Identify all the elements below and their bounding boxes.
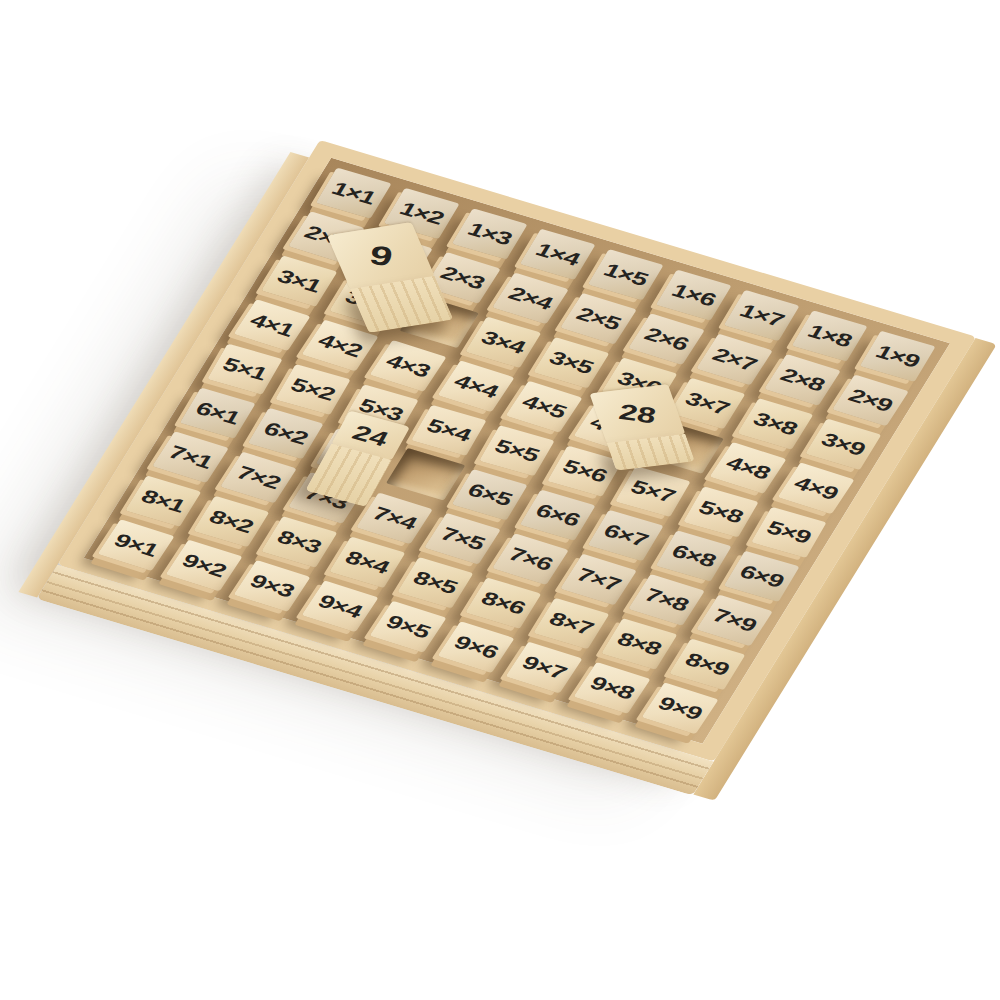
cube-label: 2×4 (504, 283, 556, 314)
factor-cube[interactable]: 2×6 (628, 313, 705, 365)
factor-cube[interactable]: 3×9 (805, 419, 881, 471)
cube-label: 8×7 (545, 608, 597, 639)
cube-label: 5×4 (423, 415, 475, 446)
cube-label: 2×3 (436, 262, 488, 293)
factor-cube[interactable]: 2×4 (492, 272, 569, 324)
grid-cell: 3×4 (465, 317, 541, 369)
factor-cube[interactable]: 6×1 (180, 387, 256, 438)
cube-label: 1×4 (532, 239, 584, 270)
grid-cell: 9×4 (302, 581, 378, 633)
grid-cell: 6×6 (520, 489, 596, 541)
answer-label: 24 (348, 420, 393, 451)
cube-label: 2×6 (640, 324, 692, 355)
cube-label: 6×8 (668, 541, 720, 572)
cube-label: 9×1 (110, 529, 163, 560)
grid-cell: 7×2 (220, 452, 296, 504)
grid-cell: 7×9 (696, 595, 772, 647)
factor-cube[interactable]: 7×8 (628, 574, 705, 626)
grid-cell: 3×5 (533, 337, 609, 389)
grid-cell: 6×8 (656, 530, 732, 582)
factor-cube[interactable]: 8×9 (669, 639, 745, 691)
cube-label: 8×8 (613, 628, 665, 659)
factor-cube[interactable]: 7×7 (560, 554, 637, 606)
cube-label: 3×4 (477, 327, 529, 358)
factor-cube[interactable]: 2×8 (764, 354, 841, 406)
factor-cube[interactable]: 9×3 (234, 560, 311, 612)
cube-label: 7×1 (164, 442, 216, 473)
grid-cell: 8×1 (125, 475, 201, 527)
cube-label: 9×7 (518, 652, 571, 683)
factor-cube[interactable]: 3×1 (261, 255, 337, 307)
cube-label: 4×5 (518, 391, 571, 422)
factor-cube[interactable]: 2×5 (560, 293, 637, 345)
factor-cube[interactable]: 5×7 (615, 466, 690, 517)
grid-cell: 8×5 (397, 557, 473, 609)
grid-cell: 4×5 (506, 381, 582, 433)
factor-cube[interactable]: 8×5 (397, 557, 473, 609)
grid-cell: 7×7 (560, 554, 636, 606)
grid-cell: 9×1 (98, 519, 174, 571)
product-photo-scene: 1×11×21×31×41×51×61×71×81×92×12×22×32×42… (0, 0, 1000, 1000)
grid-cell: 1×4 (520, 229, 596, 281)
factor-cube[interactable]: 3×5 (533, 337, 609, 389)
factor-cube[interactable]: 1×4 (520, 229, 596, 280)
factor-cube[interactable]: 8×8 (601, 618, 677, 670)
grid-cell: 1×7 (724, 290, 800, 342)
factor-cube[interactable]: 4×5 (506, 381, 583, 433)
factor-cube[interactable]: 4×1 (234, 299, 311, 351)
factor-cube[interactable]: 5×4 (411, 405, 486, 456)
factor-cube[interactable]: 1×7 (724, 290, 800, 341)
factor-cube[interactable]: 3×4 (465, 317, 541, 369)
cube-label: 6×7 (600, 520, 652, 551)
cube-label: 4×8 (722, 452, 775, 483)
grid-cell: 8×6 (465, 577, 541, 629)
cube-label: 7×5 (436, 523, 488, 554)
grid-cell: 9×8 (574, 662, 650, 714)
factor-cube[interactable]: 7×9 (696, 594, 773, 646)
cube-label: 3×5 (545, 347, 597, 378)
grid-cell: 4×4 (438, 361, 514, 413)
grid-cell: 1×9 (860, 331, 936, 383)
cube-label: 5×2 (287, 374, 339, 405)
cube-label: 7×8 (640, 584, 692, 615)
factor-cube[interactable]: 6×7 (588, 510, 664, 561)
cube-label: 5×7 (627, 476, 679, 507)
cube-label: 4×4 (450, 371, 503, 402)
factor-cube[interactable]: 8×1 (125, 475, 201, 527)
factor-cube[interactable]: 6×5 (452, 469, 528, 520)
cube-label: 9×2 (178, 550, 231, 581)
answer-label: 9 (367, 240, 395, 273)
cube-label: 8×9 (681, 649, 733, 680)
grid-cell: 7×5 (424, 513, 500, 565)
factor-cube[interactable]: 4×3 (370, 340, 447, 392)
grid-cell: 2×8 (764, 354, 840, 406)
grid-cell: 3×9 (805, 419, 881, 471)
grid-cell: 5×8 (683, 486, 759, 538)
cube-label: 1×1 (328, 178, 380, 209)
factor-cube[interactable]: 1×5 (588, 249, 664, 300)
factor-cube[interactable]: 2×9 (832, 374, 909, 426)
grid-cell: 9×3 (234, 560, 310, 612)
factor-cube[interactable]: 8×4 (329, 537, 405, 589)
cube-label: 2×8 (776, 364, 828, 395)
factor-cube[interactable]: 9×1 (98, 519, 175, 571)
empty-slot[interactable] (384, 449, 460, 501)
grid-cell: 1×8 (792, 310, 868, 362)
factor-cube[interactable]: 6×8 (656, 530, 732, 581)
cube-label: 3×9 (817, 429, 869, 460)
grid-cell: 2×9 (832, 375, 908, 427)
cube-label: 6×1 (192, 398, 244, 429)
factor-cube[interactable]: 1×6 (656, 269, 732, 320)
grid-cell: 1×3 (452, 208, 528, 260)
cube-label: 5×1 (219, 354, 271, 385)
factor-cube[interactable]: 8×7 (533, 598, 609, 650)
cube-label: 5×9 (763, 517, 815, 548)
factor-cube[interactable]: 7×6 (492, 533, 569, 585)
cube-label: 9×4 (314, 591, 367, 622)
cube-label: 1×9 (872, 341, 924, 372)
grid-cell: 2×4 (492, 273, 568, 325)
factor-cube[interactable]: 2×7 (696, 334, 773, 386)
cube-label: 3×8 (749, 408, 801, 439)
cube-label: 8×3 (273, 526, 325, 557)
factor-cube[interactable]: 7×5 (424, 513, 501, 565)
grid-cell: 2×6 (628, 313, 704, 365)
cube-label: 4×1 (246, 309, 299, 340)
factor-cube[interactable]: 5×5 (479, 425, 554, 476)
cube-label: 8×2 (205, 506, 257, 537)
factor-cube[interactable]: 3×8 (737, 398, 813, 450)
grid-cell: 1×1 (316, 167, 392, 219)
grid-cell: 9×5 (370, 601, 446, 653)
grid-cell: 7×8 (628, 574, 704, 626)
cube-label: 1×7 (736, 300, 788, 331)
factor-cube[interactable]: 8×6 (465, 577, 541, 629)
cube-label: 3×7 (681, 388, 733, 419)
cube-label: 4×9 (790, 473, 843, 504)
cube-label: 6×9 (736, 561, 788, 592)
cube-label: 1×5 (600, 259, 652, 290)
grid-cell: 5×2 (275, 364, 351, 416)
wooden-tray: 1×11×21×31×41×51×61×71×81×92×12×22×32×42… (58, 140, 977, 761)
grid-cell: 7×6 (492, 533, 568, 585)
grid-cell: 4×9 (778, 463, 854, 515)
grid-cell: 1×6 (656, 269, 732, 321)
factor-cube[interactable]: 7×1 (152, 431, 229, 483)
factor-cube[interactable]: 9×9 (642, 682, 719, 734)
grid-cell: 9×2 (166, 540, 242, 592)
grid-cell: 4×1 (234, 299, 310, 351)
factor-cube[interactable]: 1×9 (860, 331, 936, 382)
cube-label: 9×8 (586, 672, 639, 703)
factor-cube[interactable]: 6×9 (724, 551, 800, 602)
grid-cell: 8×3 (261, 516, 337, 568)
factor-cube[interactable]: 1×3 (452, 208, 528, 259)
factor-cube[interactable]: 5×1 (207, 344, 282, 395)
cube-label: 9×3 (246, 570, 299, 601)
cube-label: 7×7 (572, 564, 624, 595)
grid-cell: 8×7 (533, 598, 609, 650)
factor-cube[interactable]: 1×8 (792, 310, 868, 361)
cube-label: 4×2 (314, 330, 367, 361)
cube-label: 2×7 (708, 344, 760, 375)
grid-cell: 8×2 (193, 496, 269, 548)
cube-label: 9×9 (654, 693, 707, 724)
grid-cell: 2×5 (560, 293, 636, 345)
factor-cube[interactable]: 8×2 (193, 496, 269, 548)
cube-label: 6×5 (464, 479, 516, 510)
cube-label: 7×2 (232, 462, 284, 493)
factor-cube[interactable]: 4×8 (710, 442, 787, 494)
cube-label: 2×5 (572, 303, 624, 334)
factor-cube[interactable]: 9×5 (370, 601, 447, 653)
cube-label: 9×5 (382, 611, 435, 642)
factor-cube[interactable]: 5×9 (751, 507, 826, 558)
grid-cell: 5×9 (751, 507, 827, 559)
cube-label: 8×6 (477, 588, 529, 619)
grid-cell: 4×3 (370, 340, 446, 392)
cube-label: 6×6 (532, 500, 584, 531)
cube-label: 2×9 (844, 385, 896, 416)
cube-label: 1×3 (464, 219, 516, 250)
grid-cell: 3×8 (737, 398, 813, 450)
grid-cell: 9×9 (642, 683, 718, 735)
grid-cell: 8×8 (601, 618, 677, 670)
cube-label: 1×6 (668, 280, 720, 311)
cube-label: 6×2 (260, 418, 312, 449)
grid-cell: 6×5 (452, 469, 528, 521)
answer-label: 28 (616, 399, 658, 429)
factor-cube[interactable]: 8×3 (261, 516, 337, 568)
factor-cube[interactable]: 5×8 (683, 486, 758, 537)
cube-label: 5×5 (491, 435, 543, 466)
factor-cube[interactable]: 6×6 (520, 489, 596, 540)
grid-cell: 8×9 (669, 639, 745, 691)
cube-label: 9×6 (450, 631, 503, 662)
cube-label: 8×5 (409, 567, 461, 598)
grid-cell: 6×1 (180, 387, 256, 439)
grid-cell: 9×7 (506, 642, 582, 694)
grid-cell: 6×7 (588, 510, 664, 562)
factor-cube[interactable]: 7×2 (220, 452, 297, 504)
factor-cube[interactable]: 9×4 (302, 580, 379, 632)
cube-label: 8×1 (137, 486, 189, 517)
grid-cell: 6×2 (248, 408, 324, 460)
grid-cell: 2×7 (696, 334, 772, 386)
grid-cell: 9×6 (438, 621, 514, 673)
grid-cell: 5×7 (615, 466, 691, 518)
grid-cell: 3×1 (261, 255, 337, 307)
factor-cube[interactable]: 6×2 (248, 408, 324, 459)
cube-label: 7×6 (504, 544, 556, 575)
cube-label: 5×6 (559, 456, 611, 487)
cube-label: 3×1 (273, 266, 325, 297)
factor-cube[interactable]: 4×9 (778, 462, 855, 514)
grid-cell: 5×1 (207, 343, 283, 395)
cube-label: 1×8 (804, 321, 856, 352)
recess-floor (386, 448, 466, 501)
factor-cube[interactable]: 5×2 (275, 364, 350, 415)
grid-cell: 6×9 (724, 551, 800, 603)
factor-cube[interactable]: 1×1 (316, 167, 392, 218)
grid-cell: 8×4 (329, 537, 405, 589)
factor-cube[interactable]: 9×6 (438, 621, 515, 673)
grid-cell: 5×5 (479, 425, 555, 477)
cube-label: 4×3 (382, 350, 435, 381)
factor-cube[interactable]: 9×7 (506, 642, 583, 694)
cube-label: 8×4 (341, 547, 393, 578)
factor-cube[interactable]: 4×4 (438, 360, 515, 412)
grid-cell: 1×5 (588, 249, 664, 301)
factor-cube[interactable]: 9×2 (166, 540, 243, 592)
grid-cell: 5×4 (411, 405, 487, 457)
factor-cube[interactable]: 9×8 (574, 662, 651, 714)
cube-label: 7×9 (708, 605, 760, 636)
grid-cell: 4×8 (710, 442, 786, 494)
cube-label: 5×8 (695, 497, 747, 528)
cube-label: 7×4 (368, 503, 420, 534)
grid-cell: 7×1 (152, 431, 228, 483)
